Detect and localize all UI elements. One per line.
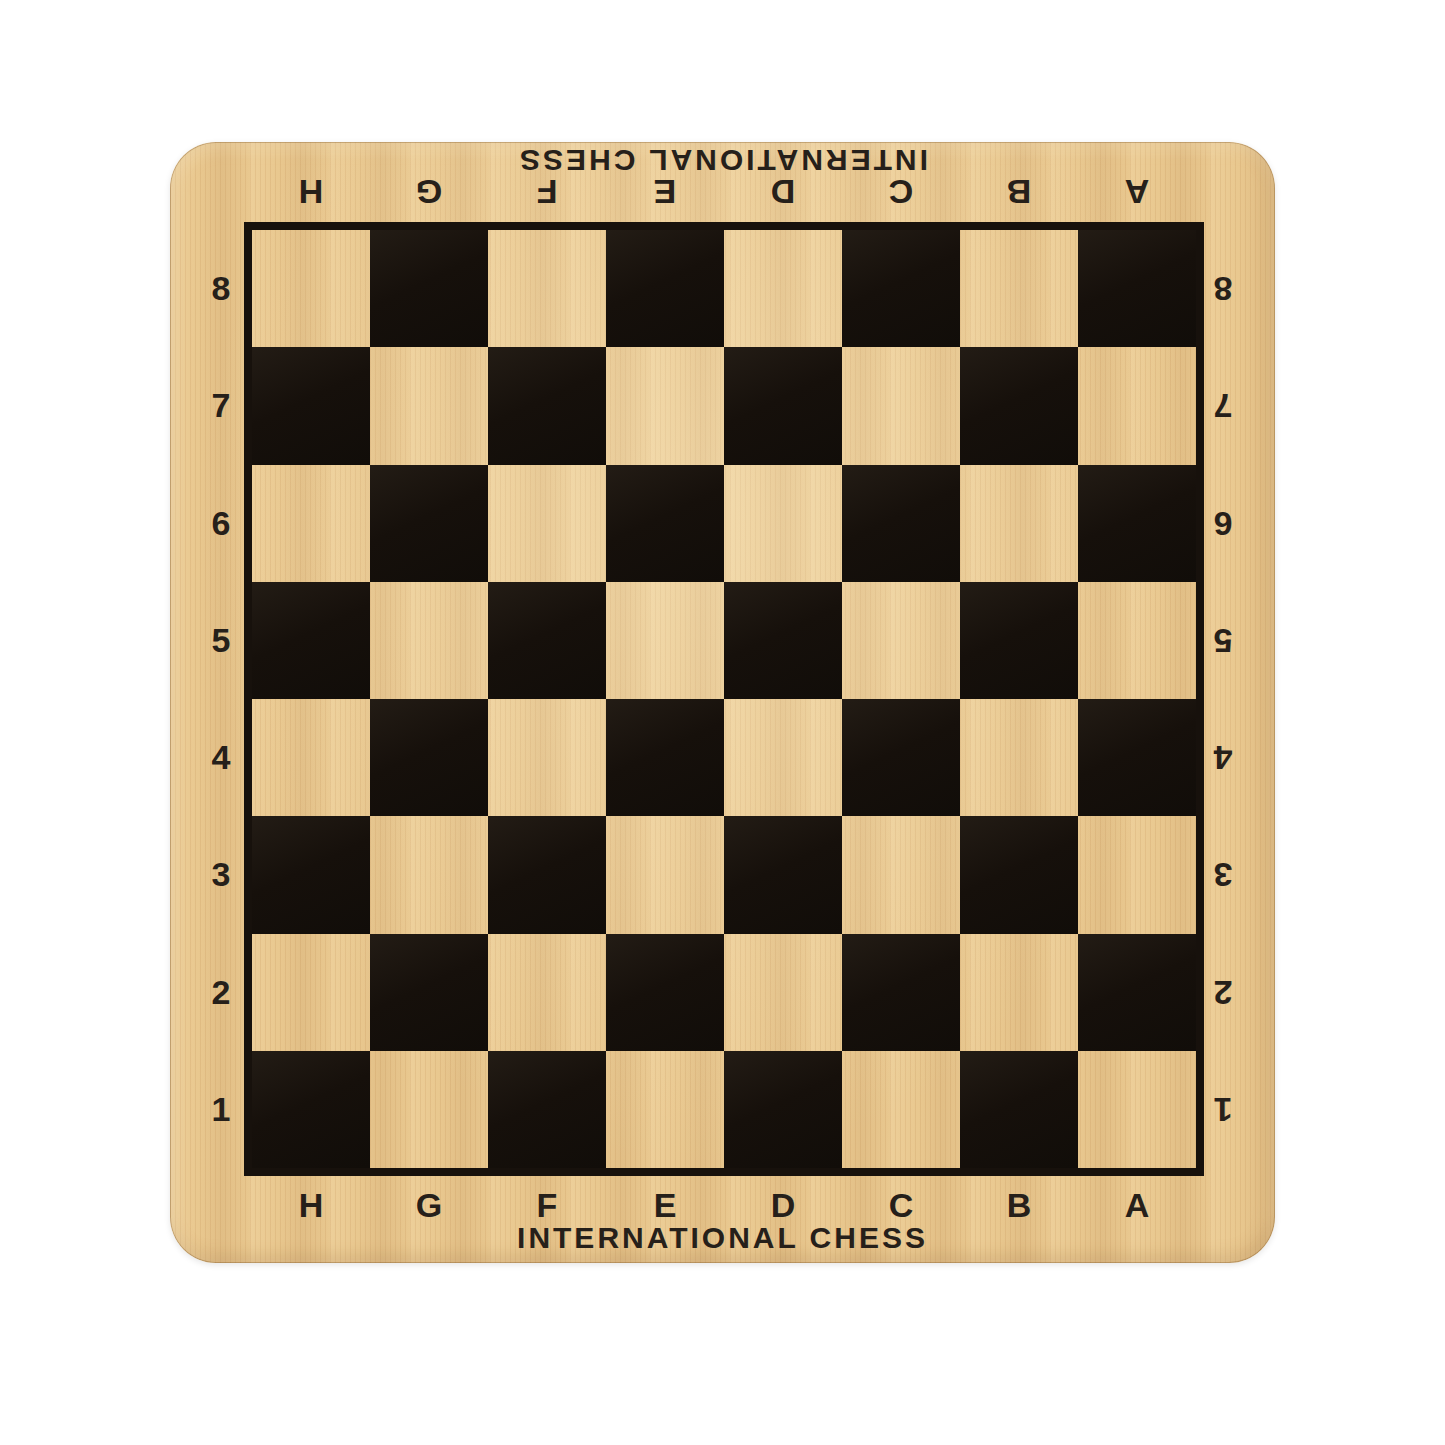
- square-f5: [488, 582, 606, 699]
- square-f6: [488, 465, 606, 582]
- square-f7: [488, 347, 606, 464]
- square-h3: [252, 816, 370, 933]
- rank-label-left-7: 7: [190, 347, 252, 464]
- square-d2: [724, 934, 842, 1051]
- rank-label-left-5: 5: [190, 582, 252, 699]
- square-e4: [606, 699, 724, 816]
- square-d7: [724, 347, 842, 464]
- square-g5: [370, 582, 488, 699]
- square-a1: [1078, 1051, 1196, 1168]
- file-label-top-a: A: [1078, 170, 1196, 214]
- square-h7: [252, 347, 370, 464]
- square-f8: [488, 230, 606, 347]
- square-b5: [960, 582, 1078, 699]
- square-g2: [370, 934, 488, 1051]
- square-g3: [370, 816, 488, 933]
- square-g4: [370, 699, 488, 816]
- square-h5: [252, 582, 370, 699]
- square-e2: [606, 934, 724, 1051]
- square-c2: [842, 934, 960, 1051]
- square-g1: [370, 1051, 488, 1168]
- square-h8: [252, 230, 370, 347]
- square-b6: [960, 465, 1078, 582]
- rank-label-left-8: 8: [190, 230, 252, 347]
- rank-label-left-4: 4: [190, 699, 252, 816]
- square-c5: [842, 582, 960, 699]
- square-d6: [724, 465, 842, 582]
- square-a4: [1078, 699, 1196, 816]
- square-d8: [724, 230, 842, 347]
- file-label-top-h: H: [252, 170, 370, 214]
- square-c6: [842, 465, 960, 582]
- square-a5: [1078, 582, 1196, 699]
- square-e5: [606, 582, 724, 699]
- square-e6: [606, 465, 724, 582]
- square-b1: [960, 1051, 1078, 1168]
- square-b3: [960, 816, 1078, 933]
- board-title-bottom: INTERNATIONAL CHESS: [170, 1221, 1275, 1255]
- file-label-top-e: E: [606, 170, 724, 214]
- square-b7: [960, 347, 1078, 464]
- square-c1: [842, 1051, 960, 1168]
- square-d4: [724, 699, 842, 816]
- square-e8: [606, 230, 724, 347]
- square-d3: [724, 816, 842, 933]
- square-f4: [488, 699, 606, 816]
- rank-labels-left: 87654321: [190, 230, 252, 1168]
- board-grid: [252, 230, 1196, 1168]
- square-c8: [842, 230, 960, 347]
- file-label-top-c: C: [842, 170, 960, 214]
- square-c3: [842, 816, 960, 933]
- square-d5: [724, 582, 842, 699]
- square-e1: [606, 1051, 724, 1168]
- square-c7: [842, 347, 960, 464]
- square-c4: [842, 699, 960, 816]
- file-label-top-g: G: [370, 170, 488, 214]
- square-h4: [252, 699, 370, 816]
- file-label-top-f: F: [488, 170, 606, 214]
- square-h2: [252, 934, 370, 1051]
- square-h1: [252, 1051, 370, 1168]
- rank-label-left-2: 2: [190, 934, 252, 1051]
- square-f2: [488, 934, 606, 1051]
- square-g8: [370, 230, 488, 347]
- square-g6: [370, 465, 488, 582]
- square-a7: [1078, 347, 1196, 464]
- file-label-top-d: D: [724, 170, 842, 214]
- file-labels-top: HGFEDCBA: [252, 170, 1196, 214]
- chess-board: INTERNATIONAL CHESS HGFEDCBA 87654321 87…: [170, 142, 1275, 1263]
- file-label-top-b: B: [960, 170, 1078, 214]
- square-e7: [606, 347, 724, 464]
- square-d1: [724, 1051, 842, 1168]
- square-f3: [488, 816, 606, 933]
- square-g7: [370, 347, 488, 464]
- rank-label-left-3: 3: [190, 816, 252, 933]
- square-b4: [960, 699, 1078, 816]
- square-e3: [606, 816, 724, 933]
- square-a3: [1078, 816, 1196, 933]
- square-a6: [1078, 465, 1196, 582]
- board-frame: [244, 222, 1204, 1176]
- square-a8: [1078, 230, 1196, 347]
- square-a2: [1078, 934, 1196, 1051]
- square-b2: [960, 934, 1078, 1051]
- rank-label-left-6: 6: [190, 465, 252, 582]
- square-h6: [252, 465, 370, 582]
- square-f1: [488, 1051, 606, 1168]
- rank-label-left-1: 1: [190, 1051, 252, 1168]
- square-b8: [960, 230, 1078, 347]
